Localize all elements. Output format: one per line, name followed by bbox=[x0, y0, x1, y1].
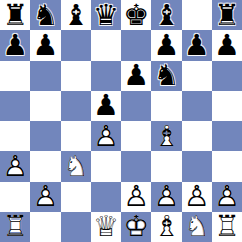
white-rook-piece[interactable]: ♜♖ bbox=[0, 212, 30, 242]
square-g3[interactable] bbox=[182, 151, 212, 181]
square-f6[interactable]: ♞ bbox=[151, 61, 181, 91]
square-g1[interactable]: ♞♘ bbox=[182, 212, 212, 242]
square-g4[interactable] bbox=[182, 121, 212, 151]
square-c7[interactable] bbox=[61, 30, 91, 60]
square-h1[interactable]: ♜♖ bbox=[212, 212, 242, 242]
square-d6[interactable] bbox=[91, 61, 121, 91]
piece-outline-layer: ♘ bbox=[182, 212, 212, 242]
square-c4[interactable] bbox=[61, 121, 91, 151]
piece-outline-layer: ♘ bbox=[61, 151, 91, 181]
square-c3[interactable]: ♞♘ bbox=[61, 151, 91, 181]
square-e1[interactable]: ♚♔ bbox=[121, 212, 151, 242]
square-c2[interactable] bbox=[61, 182, 91, 212]
black-queen-piece[interactable]: ♛ bbox=[91, 0, 121, 30]
white-pawn-piece[interactable]: ♟♙ bbox=[212, 182, 242, 212]
chess-board: ♜♞♝♛♚♝♜♟♟♟♟♟♟♞♟♟♙♝♗♟♙♞♘♟♙♟♙♟♙♟♙♟♙♜♖♛♕♚♔♝… bbox=[0, 0, 242, 242]
square-b8[interactable]: ♞ bbox=[30, 0, 60, 30]
square-a4[interactable] bbox=[0, 121, 30, 151]
square-f7[interactable]: ♟ bbox=[151, 30, 181, 60]
white-pawn-piece[interactable]: ♟♙ bbox=[30, 182, 60, 212]
square-d3[interactable] bbox=[91, 151, 121, 181]
square-g6[interactable] bbox=[182, 61, 212, 91]
piece-outline-layer: ♗ bbox=[151, 121, 181, 151]
square-b5[interactable] bbox=[30, 91, 60, 121]
black-rook-piece[interactable]: ♜ bbox=[212, 0, 242, 30]
black-knight-piece[interactable]: ♞ bbox=[30, 0, 60, 30]
square-f8[interactable]: ♝ bbox=[151, 0, 181, 30]
square-e7[interactable] bbox=[121, 30, 151, 60]
square-a2[interactable] bbox=[0, 182, 30, 212]
black-rook-piece[interactable]: ♜ bbox=[0, 0, 30, 30]
square-a3[interactable]: ♟♙ bbox=[0, 151, 30, 181]
square-f3[interactable] bbox=[151, 151, 181, 181]
square-d2[interactable] bbox=[91, 182, 121, 212]
piece-outline-layer: ♙ bbox=[0, 151, 30, 181]
square-b2[interactable]: ♟♙ bbox=[30, 182, 60, 212]
square-d5[interactable]: ♟ bbox=[91, 91, 121, 121]
square-d8[interactable]: ♛ bbox=[91, 0, 121, 30]
square-h8[interactable]: ♜ bbox=[212, 0, 242, 30]
square-h2[interactable]: ♟♙ bbox=[212, 182, 242, 212]
square-g7[interactable]: ♟ bbox=[182, 30, 212, 60]
piece-outline-layer: ♗ bbox=[151, 212, 181, 242]
square-f5[interactable] bbox=[151, 91, 181, 121]
white-pawn-piece[interactable]: ♟♙ bbox=[91, 121, 121, 151]
square-c5[interactable] bbox=[61, 91, 91, 121]
square-e4[interactable] bbox=[121, 121, 151, 151]
square-c6[interactable] bbox=[61, 61, 91, 91]
white-knight-piece[interactable]: ♞♘ bbox=[61, 151, 91, 181]
piece-outline-layer: ♙ bbox=[91, 121, 121, 151]
black-pawn-piece[interactable]: ♟ bbox=[212, 30, 242, 60]
white-pawn-piece[interactable]: ♟♙ bbox=[121, 182, 151, 212]
square-d7[interactable] bbox=[91, 30, 121, 60]
white-queen-piece[interactable]: ♛♕ bbox=[91, 212, 121, 242]
white-pawn-piece[interactable]: ♟♙ bbox=[0, 151, 30, 181]
piece-outline-layer: ♙ bbox=[121, 182, 151, 212]
square-e2[interactable]: ♟♙ bbox=[121, 182, 151, 212]
square-h7[interactable]: ♟ bbox=[212, 30, 242, 60]
white-bishop-piece[interactable]: ♝♗ bbox=[151, 121, 181, 151]
white-pawn-piece[interactable]: ♟♙ bbox=[151, 182, 181, 212]
square-d1[interactable]: ♛♕ bbox=[91, 212, 121, 242]
square-a6[interactable] bbox=[0, 61, 30, 91]
square-h3[interactable] bbox=[212, 151, 242, 181]
square-a1[interactable]: ♜♖ bbox=[0, 212, 30, 242]
square-c8[interactable]: ♝ bbox=[61, 0, 91, 30]
square-b3[interactable] bbox=[30, 151, 60, 181]
square-f1[interactable]: ♝♗ bbox=[151, 212, 181, 242]
square-a5[interactable] bbox=[0, 91, 30, 121]
piece-outline-layer: ♙ bbox=[212, 182, 242, 212]
square-g8[interactable] bbox=[182, 0, 212, 30]
white-rook-piece[interactable]: ♜♖ bbox=[212, 212, 242, 242]
square-h5[interactable] bbox=[212, 91, 242, 121]
black-knight-piece[interactable]: ♞ bbox=[151, 61, 181, 91]
black-pawn-piece[interactable]: ♟ bbox=[182, 30, 212, 60]
piece-outline-layer: ♙ bbox=[151, 182, 181, 212]
black-pawn-piece[interactable]: ♟ bbox=[0, 30, 30, 60]
square-b7[interactable]: ♟ bbox=[30, 30, 60, 60]
piece-outline-layer: ♔ bbox=[121, 212, 151, 242]
square-h4[interactable] bbox=[212, 121, 242, 151]
white-king-piece[interactable]: ♚♔ bbox=[121, 212, 151, 242]
square-a8[interactable]: ♜ bbox=[0, 0, 30, 30]
square-e8[interactable]: ♚ bbox=[121, 0, 151, 30]
square-b1[interactable] bbox=[30, 212, 60, 242]
black-pawn-piece[interactable]: ♟ bbox=[91, 91, 121, 121]
square-b4[interactable] bbox=[30, 121, 60, 151]
piece-outline-layer: ♖ bbox=[0, 212, 30, 242]
white-pawn-piece[interactable]: ♟♙ bbox=[182, 182, 212, 212]
piece-outline-layer: ♖ bbox=[212, 212, 242, 242]
white-knight-piece[interactable]: ♞♘ bbox=[182, 212, 212, 242]
square-d4[interactable]: ♟♙ bbox=[91, 121, 121, 151]
square-g5[interactable] bbox=[182, 91, 212, 121]
square-f2[interactable]: ♟♙ bbox=[151, 182, 181, 212]
square-c1[interactable] bbox=[61, 212, 91, 242]
piece-outline-layer: ♙ bbox=[30, 182, 60, 212]
black-bishop-piece[interactable]: ♝ bbox=[61, 0, 91, 30]
black-king-piece[interactable]: ♚ bbox=[121, 0, 151, 30]
square-g2[interactable]: ♟♙ bbox=[182, 182, 212, 212]
square-b6[interactable] bbox=[30, 61, 60, 91]
square-f4[interactable]: ♝♗ bbox=[151, 121, 181, 151]
square-e6[interactable]: ♟ bbox=[121, 61, 151, 91]
square-e3[interactable] bbox=[121, 151, 151, 181]
black-pawn-piece[interactable]: ♟ bbox=[121, 61, 151, 91]
square-a7[interactable]: ♟ bbox=[0, 30, 30, 60]
black-pawn-piece[interactable]: ♟ bbox=[30, 30, 60, 60]
piece-outline-layer: ♕ bbox=[91, 212, 121, 242]
square-e5[interactable] bbox=[121, 91, 151, 121]
piece-outline-layer: ♙ bbox=[182, 182, 212, 212]
white-bishop-piece[interactable]: ♝♗ bbox=[151, 212, 181, 242]
black-pawn-piece[interactable]: ♟ bbox=[151, 30, 181, 60]
square-h6[interactable] bbox=[212, 61, 242, 91]
black-bishop-piece[interactable]: ♝ bbox=[151, 0, 181, 30]
